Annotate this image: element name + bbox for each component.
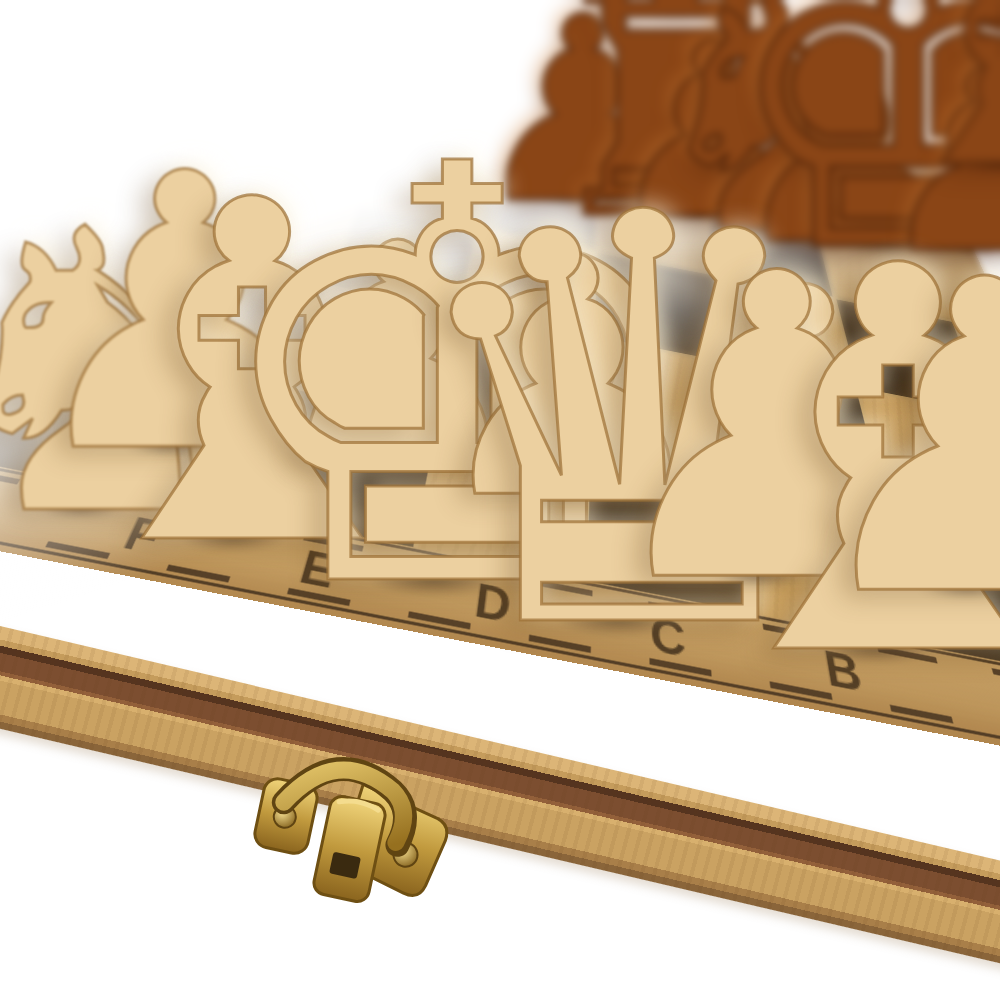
chess-set-product-photo: { "game": "chess", "scene_description": … <box>0 0 1000 1000</box>
file-label-a: A <box>925 661 1000 754</box>
square-a3 <box>836 299 987 413</box>
